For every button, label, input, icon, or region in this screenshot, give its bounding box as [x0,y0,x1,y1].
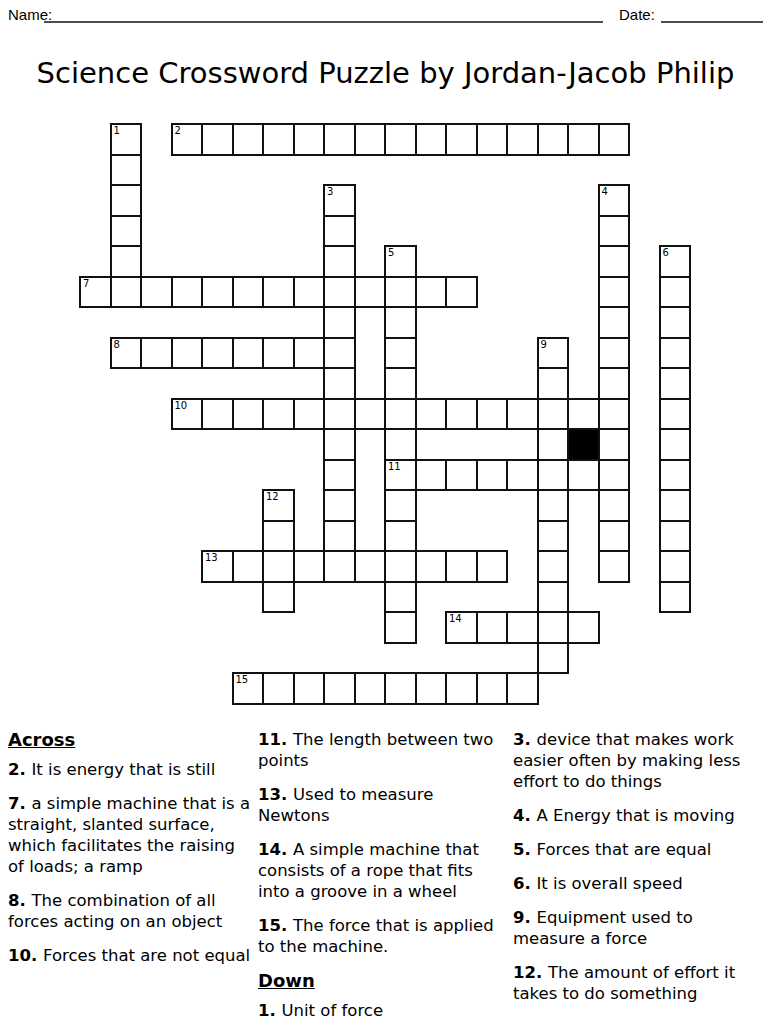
grid-cell-r18c5[interactable]: 15 [232,672,265,705]
grid-cell-r16c16[interactable] [567,611,600,644]
cell-number-4: 4 [602,186,608,197]
grid-cell-r9c10[interactable] [384,398,417,431]
crossword-grid: 123456789101112131415 [79,123,692,705]
grid-cell-r9c13[interactable] [476,398,509,431]
grid-cell-r0c5[interactable] [232,123,265,156]
cell-number-6: 6 [663,247,669,258]
name-blank-line[interactable] [44,5,603,23]
grid-cell-r4c8[interactable] [323,245,356,278]
clue-12: 12. The amount of effort it takes to do … [513,962,769,1004]
grid-cell-r0c9[interactable] [354,123,387,156]
grid-cell-r15c10[interactable] [384,581,417,614]
grid-cell-r12c8[interactable] [323,489,356,522]
grid-cell-r10c17[interactable] [598,428,631,461]
grid-cell-r6c19[interactable] [659,306,692,339]
cell-number-8: 8 [114,339,120,350]
grid-cell-r5c0[interactable]: 7 [79,276,112,309]
grid-cell-r14c8[interactable] [323,550,356,583]
grid-cell-r0c3[interactable]: 2 [171,123,204,156]
grid-cell-r0c8[interactable] [323,123,356,156]
grid-cell-r9c17[interactable] [598,398,631,431]
grid-cell-r9c3[interactable]: 10 [171,398,204,431]
grid-cell-r13c6[interactable] [262,520,295,553]
grid-cell-r0c7[interactable] [293,123,326,156]
grid-cell-r7c3[interactable] [171,337,204,370]
clue-section-header-down: Down [258,970,509,992]
grid-cell-r9c11[interactable] [415,398,448,431]
grid-cell-r18c11[interactable] [415,672,448,705]
date-label: Date: [619,6,655,23]
grid-cell-r10c19[interactable] [659,428,692,461]
grid-cell-r5c11[interactable] [415,276,448,309]
grid-cell-r9c6[interactable] [262,398,295,431]
grid-cell-r13c8[interactable] [323,520,356,553]
clue-number-4: 4. [513,806,537,825]
cell-number-1: 1 [114,125,120,136]
clue-number-13: 13. [258,785,293,804]
grid-cell-r12c10[interactable] [384,489,417,522]
grid-cell-r16c10[interactable] [384,611,417,644]
grid-cell-r5c8[interactable] [323,276,356,309]
grid-cell-r2c1[interactable] [110,184,143,217]
grid-cell-r0c13[interactable] [476,123,509,156]
grid-cell-r18c12[interactable] [445,672,478,705]
clue-column-1: Across2. It is energy that is still7. a … [8,729,255,979]
grid-cell-r7c15[interactable]: 9 [537,337,570,370]
grid-cell-r16c14[interactable] [506,611,539,644]
grid-cell-r13c15[interactable] [537,520,570,553]
grid-cell-r0c16[interactable] [567,123,600,156]
grid-cell-r11c19[interactable] [659,459,692,492]
grid-cell-r0c17[interactable] [598,123,631,156]
grid-cell-r8c17[interactable] [598,367,631,400]
cell-number-14: 14 [449,613,462,624]
grid-cell-r5c6[interactable] [262,276,295,309]
cell-number-9: 9 [541,339,547,350]
grid-cell-r4c19[interactable]: 6 [659,245,692,278]
grid-cell-r4c17[interactable] [598,245,631,278]
clue-2: 2. It is energy that is still [8,759,255,780]
grid-cell-r14c4[interactable]: 13 [201,550,234,583]
clue-9: 9. Equipment used to measure a force [513,907,769,949]
grid-cell-r14c11[interactable] [415,550,448,583]
grid-cell-r17c15[interactable] [537,642,570,675]
grid-cell-r14c17[interactable] [598,550,631,583]
grid-cell-r10c15[interactable] [537,428,570,461]
black-cell [567,428,600,461]
grid-cell-r9c5[interactable] [232,398,265,431]
date-blank-line[interactable] [661,5,763,23]
grid-cell-r12c6[interactable]: 12 [262,489,295,522]
grid-cell-r11c16[interactable] [567,459,600,492]
grid-cell-r4c1[interactable] [110,245,143,278]
grid-cell-r10c8[interactable] [323,428,356,461]
grid-cell-r11c11[interactable] [415,459,448,492]
grid-cell-r14c13[interactable] [476,550,509,583]
grid-cell-r12c19[interactable] [659,489,692,522]
grid-cell-r15c15[interactable] [537,581,570,614]
grid-cell-r5c9[interactable] [354,276,387,309]
clue-3: 3. device that makes work easier often b… [513,729,769,792]
grid-cell-r2c8[interactable]: 3 [323,184,356,217]
clue-number-9: 9. [513,908,537,927]
clue-number-11: 11. [258,730,293,749]
grid-cell-r6c17[interactable] [598,306,631,339]
grid-cell-r11c17[interactable] [598,459,631,492]
grid-cell-r11c13[interactable] [476,459,509,492]
clue-number-15: 15. [258,916,293,935]
grid-cell-r2c17[interactable]: 4 [598,184,631,217]
grid-cell-r16c13[interactable] [476,611,509,644]
cell-number-5: 5 [388,247,394,258]
grid-cell-r12c15[interactable] [537,489,570,522]
grid-cell-r14c12[interactable] [445,550,478,583]
grid-cell-r9c9[interactable] [354,398,387,431]
grid-cell-r3c8[interactable] [323,215,356,248]
clue-5: 5. Forces that are equal [513,839,769,860]
cell-number-2: 2 [175,125,181,136]
grid-cell-r18c6[interactable] [262,672,295,705]
clue-11: 11. The length between two points [258,729,509,771]
clue-15: 15. The force that is applied to the mac… [258,915,509,957]
clue-section-header-across: Across [8,729,255,751]
clue-7: 7. a simple machine that is a straight, … [8,793,255,877]
grid-cell-r0c12[interactable] [445,123,478,156]
grid-cell-r9c15[interactable] [537,398,570,431]
grid-cell-r15c6[interactable] [262,581,295,614]
grid-cell-r14c15[interactable] [537,550,570,583]
grid-cell-r8c19[interactable] [659,367,692,400]
grid-cell-r14c5[interactable] [232,550,265,583]
grid-cell-r7c4[interactable] [201,337,234,370]
grid-cell-r0c15[interactable] [537,123,570,156]
clue-column-2: 11. The length between two points13. Use… [258,729,509,1024]
grid-cell-r14c7[interactable] [293,550,326,583]
worksheet-page: Name: Date: Science Crossword Puzzle by … [0,0,771,1024]
grid-cell-r6c8[interactable] [323,306,356,339]
grid-cell-r11c12[interactable] [445,459,478,492]
grid-cell-r11c15[interactable] [537,459,570,492]
clue-14: 14. A simple machine that consists of a … [258,839,509,902]
grid-cell-r12c17[interactable] [598,489,631,522]
grid-cell-r5c4[interactable] [201,276,234,309]
grid-cell-r11c14[interactable] [506,459,539,492]
grid-cell-r8c8[interactable] [323,367,356,400]
grid-cell-r5c19[interactable] [659,276,692,309]
grid-cell-r3c1[interactable] [110,215,143,248]
grid-cell-r9c4[interactable] [201,398,234,431]
grid-cell-r15c19[interactable] [659,581,692,614]
grid-cell-r16c12[interactable]: 14 [445,611,478,644]
puzzle-title: Science Crossword Puzzle by Jordan-Jacob… [0,56,771,90]
grid-cell-r0c1[interactable]: 1 [110,123,143,156]
grid-cell-r18c8[interactable] [323,672,356,705]
grid-cell-r14c6[interactable] [262,550,295,583]
grid-cell-r7c17[interactable] [598,337,631,370]
grid-cell-r5c3[interactable] [171,276,204,309]
grid-cell-r8c15[interactable] [537,367,570,400]
grid-cell-r7c10[interactable] [384,337,417,370]
grid-cell-r14c10[interactable] [384,550,417,583]
grid-cell-r7c8[interactable] [323,337,356,370]
grid-cell-r9c8[interactable] [323,398,356,431]
grid-cell-r0c11[interactable] [415,123,448,156]
grid-cell-r13c10[interactable] [384,520,417,553]
grid-cell-r18c13[interactable] [476,672,509,705]
cell-number-11: 11 [388,461,401,472]
grid-cell-r7c19[interactable] [659,337,692,370]
grid-cell-r0c4[interactable] [201,123,234,156]
cell-number-12: 12 [266,491,279,502]
clue-1: 1. Unit of force [258,1000,509,1021]
grid-cell-r5c5[interactable] [232,276,265,309]
grid-cell-r5c17[interactable] [598,276,631,309]
cell-number-10: 10 [175,400,188,411]
grid-cell-r7c7[interactable] [293,337,326,370]
clue-number-5: 5. [513,840,537,859]
clue-number-8: 8. [8,891,32,910]
grid-cell-r7c1[interactable]: 8 [110,337,143,370]
grid-cell-r5c7[interactable] [293,276,326,309]
clue-number-7: 7. [8,794,32,813]
grid-cell-r11c10[interactable]: 11 [384,459,417,492]
clue-number-10: 10. [8,946,43,965]
grid-cell-r9c19[interactable] [659,398,692,431]
clue-8: 8. The combination of all forces acting … [8,890,255,932]
grid-cell-r0c14[interactable] [506,123,539,156]
grid-cell-r7c6[interactable] [262,337,295,370]
clue-13: 13. Used to measure Newtons [258,784,509,826]
grid-cell-r9c12[interactable] [445,398,478,431]
grid-cell-r4c10[interactable]: 5 [384,245,417,278]
clue-10: 10. Forces that are not equal [8,945,255,966]
clue-column-3: 3. device that makes work easier often b… [513,729,769,1017]
grid-cell-r6c10[interactable] [384,306,417,339]
grid-cell-r9c7[interactable] [293,398,326,431]
cell-number-3: 3 [327,186,333,197]
cell-number-13: 13 [205,552,218,563]
grid-cell-r11c8[interactable] [323,459,356,492]
cell-number-15: 15 [236,674,249,685]
clue-6: 6. It is overall speed [513,873,769,894]
clue-number-6: 6. [513,874,537,893]
grid-cell-r7c2[interactable] [140,337,173,370]
grid-cell-r5c10[interactable] [384,276,417,309]
grid-cell-r18c10[interactable] [384,672,417,705]
grid-cell-r5c12[interactable] [445,276,478,309]
grid-cell-r5c1[interactable] [110,276,143,309]
grid-cell-r18c14[interactable] [506,672,539,705]
grid-cell-r13c17[interactable] [598,520,631,553]
grid-cell-r14c9[interactable] [354,550,387,583]
clue-number-1: 1. [258,1001,282,1020]
grid-cell-r9c14[interactable] [506,398,539,431]
grid-cell-r13c19[interactable] [659,520,692,553]
grid-cell-r18c9[interactable] [354,672,387,705]
grid-cell-r7c5[interactable] [232,337,265,370]
grid-cell-r0c10[interactable] [384,123,417,156]
grid-cell-r16c15[interactable] [537,611,570,644]
clue-number-2: 2. [8,760,32,779]
grid-cell-r14c19[interactable] [659,550,692,583]
grid-cell-r10c10[interactable] [384,428,417,461]
grid-cell-r18c7[interactable] [293,672,326,705]
grid-cell-r9c16[interactable] [567,398,600,431]
grid-cell-r3c17[interactable] [598,215,631,248]
clue-number-12: 12. [513,963,548,982]
grid-cell-r8c10[interactable] [384,367,417,400]
clue-number-14: 14. [258,840,293,859]
grid-cell-r1c1[interactable] [110,154,143,187]
grid-cell-r0c6[interactable] [262,123,295,156]
cell-number-7: 7 [83,278,89,289]
clue-4: 4. A Energy that is moving [513,805,769,826]
grid-cell-r5c2[interactable] [140,276,173,309]
clue-number-3: 3. [513,730,537,749]
